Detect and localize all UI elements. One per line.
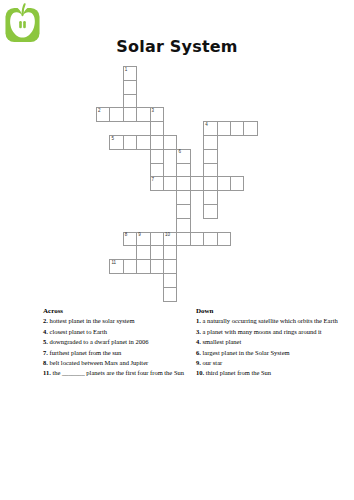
grid-cell[interactable]: [217, 232, 231, 247]
clue-number: 5.: [43, 338, 48, 345]
grid-cell[interactable]: [230, 121, 244, 136]
grid-cell[interactable]: [203, 176, 217, 191]
clue-number: 4.: [196, 338, 201, 345]
down-header: Down: [196, 306, 342, 316]
clue-text: downgraded to a dwarf planet in 2006: [50, 338, 149, 345]
clue-number: 2.: [43, 317, 48, 324]
clue-text: smallest planet: [203, 338, 242, 345]
cell-clue-number: 11: [111, 261, 116, 266]
grid-cell[interactable]: [190, 232, 204, 247]
clue-down-3: 3. a planet with many moons and rings ar…: [196, 327, 342, 337]
clue-across-7: 7. furthest planet from the sun: [43, 348, 196, 358]
clue-text: our star: [203, 359, 223, 366]
grid-cell[interactable]: [123, 94, 137, 109]
cell-clue-number: 7: [152, 178, 155, 183]
cell-clue-number: 3: [152, 109, 155, 114]
grid-cell[interactable]: [123, 80, 137, 95]
grid-cell[interactable]: [163, 135, 177, 150]
grid-cell[interactable]: 2: [96, 107, 110, 122]
clue-text: the _______ planets are the first four f…: [52, 369, 184, 376]
clue-number: 10.: [196, 369, 204, 376]
grid-cell[interactable]: [109, 107, 123, 122]
grid-cell[interactable]: [123, 259, 137, 274]
grid-cell[interactable]: [203, 135, 217, 150]
cell-clue-number: 9: [138, 233, 141, 238]
clue-down-1: 1. a naturally occurring satellite which…: [196, 316, 342, 326]
across-header: Across: [43, 306, 196, 316]
cell-clue-number: 8: [125, 233, 128, 238]
clue-down-6: 6. largest planet in the Solar System: [196, 348, 342, 358]
grid-cell[interactable]: [136, 245, 150, 260]
grid-cell[interactable]: [136, 107, 150, 122]
grid-cell[interactable]: 5: [109, 135, 123, 150]
clue-text: belt located between Mars and Jupiter: [50, 359, 149, 366]
clue-number: 8.: [43, 359, 48, 366]
clue-text: hottest planet in the solar system: [50, 317, 135, 324]
grid-cell[interactable]: [176, 176, 190, 191]
clue-across-11: 11. the _______ planets are the first fo…: [43, 368, 196, 378]
grid-cell[interactable]: [163, 273, 177, 288]
grid-cell[interactable]: 7: [150, 176, 164, 191]
grid-cell[interactable]: [176, 190, 190, 205]
clue-across-5: 5. downgraded to a dwarf planet in 2006: [43, 337, 196, 347]
grid-cell[interactable]: [176, 232, 190, 247]
grid-cell[interactable]: [203, 163, 217, 178]
grid-cell[interactable]: 10: [163, 232, 177, 247]
grid-cell[interactable]: [150, 135, 164, 150]
grid-cell[interactable]: [217, 121, 231, 136]
clue-number: 3.: [196, 328, 201, 335]
grid-cell[interactable]: 4: [203, 121, 217, 136]
clue-text: third planet from the Sun: [206, 369, 271, 376]
clue-number: 6.: [196, 349, 201, 356]
clue-down-10: 10. third planet from the Sun: [196, 368, 342, 378]
grid-cell[interactable]: 6: [176, 149, 190, 164]
cell-clue-number: 5: [111, 137, 114, 142]
grid-cell[interactable]: [123, 135, 137, 150]
grid-cell[interactable]: [150, 163, 164, 178]
grid-cell[interactable]: [163, 259, 177, 274]
grid-cell[interactable]: 1: [123, 66, 137, 81]
grid-cell[interactable]: 8: [123, 232, 137, 247]
grid-cell[interactable]: [150, 259, 164, 274]
clue-across-2: 2. hottest planet in the solar system: [43, 316, 196, 326]
grid-cell[interactable]: [176, 163, 190, 178]
crossword-board: 1234567891011: [96, 66, 258, 302]
grid-cell[interactable]: [217, 176, 231, 191]
grid-cell[interactable]: [203, 232, 217, 247]
puzzle-title: Solar System: [0, 37, 354, 56]
clue-down-9: 9. our star: [196, 358, 342, 368]
grid-cell[interactable]: 9: [136, 232, 150, 247]
clue-text: a naturally occurring satellite which or…: [203, 317, 338, 324]
cell-clue-number: 4: [205, 123, 208, 128]
grid-cell[interactable]: [176, 218, 190, 233]
grid-cell[interactable]: [163, 245, 177, 260]
down-clues-section: Down 1. a naturally occurring satellite …: [196, 306, 342, 379]
grid-cell[interactable]: [150, 121, 164, 136]
grid-cell[interactable]: [230, 176, 244, 191]
grid-cell[interactable]: [163, 176, 177, 191]
clue-text: largest planet in the Solar System: [203, 349, 290, 356]
clue-number: 9.: [196, 359, 201, 366]
grid-cell[interactable]: [203, 204, 217, 219]
cell-clue-number: 2: [98, 109, 101, 114]
grid-cell[interactable]: [150, 149, 164, 164]
clue-text: closest planet to Earth: [50, 328, 108, 335]
grid-cell[interactable]: [163, 287, 177, 302]
clue-text: a planet with many moons and rings aroun…: [203, 328, 322, 335]
grid-cell[interactable]: [123, 107, 137, 122]
grid-cell[interactable]: [136, 259, 150, 274]
clue-number: 1.: [196, 317, 201, 324]
grid-cell[interactable]: [203, 190, 217, 205]
cell-clue-number: 10: [165, 233, 170, 238]
grid-cell[interactable]: [150, 232, 164, 247]
clue-across-4: 4. closest planet to Earth: [43, 327, 196, 337]
across-clues-section: Across 2. hottest planet in the solar sy…: [43, 306, 196, 379]
clue-text: furthest planet from the sun: [50, 349, 122, 356]
clue-number: 7.: [43, 349, 48, 356]
clue-number: 4.: [43, 328, 48, 335]
grid-cell[interactable]: [136, 135, 150, 150]
grid-cell[interactable]: 11: [109, 259, 123, 274]
clue-number: 11.: [43, 369, 51, 376]
grid-cell[interactable]: [190, 176, 204, 191]
grid-cell[interactable]: 3: [150, 107, 164, 122]
grid-cell[interactable]: [243, 121, 257, 136]
clue-across-8: 8. belt located between Mars and Jupiter: [43, 358, 196, 368]
grid-cell[interactable]: [203, 149, 217, 164]
grid-cell[interactable]: [176, 204, 190, 219]
cell-clue-number: 1: [125, 68, 128, 73]
clue-down-4: 4. smallest planet: [196, 337, 342, 347]
cell-clue-number: 6: [178, 150, 181, 155]
